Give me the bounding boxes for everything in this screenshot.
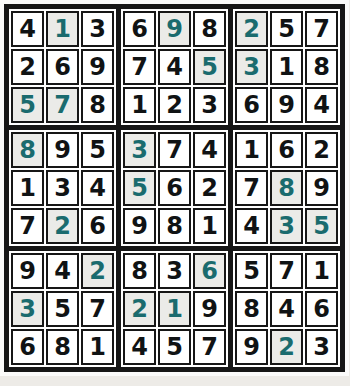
sudoku-cell-r8c5[interactable]: 1	[158, 291, 191, 327]
sudoku-cell-r8c9[interactable]: 6	[305, 291, 338, 327]
sudoku-cell-r2c8[interactable]: 1	[270, 49, 303, 85]
sudoku-cell-r6c9[interactable]: 5	[305, 208, 338, 244]
sudoku-cell-r1c2[interactable]: 1	[46, 11, 79, 47]
sudoku-cell-r2c3[interactable]: 9	[81, 49, 114, 85]
sudoku-cell-r3c8[interactable]: 9	[270, 87, 303, 123]
sudoku-cell-r6c4[interactable]: 9	[123, 208, 156, 244]
sudoku-cell-r4c7[interactable]: 1	[235, 132, 268, 168]
sudoku-cell-r4c8[interactable]: 6	[270, 132, 303, 168]
sudoku-cell-r5c6[interactable]: 2	[193, 170, 226, 206]
sudoku-cell-r7c5[interactable]: 3	[158, 253, 191, 289]
sudoku-cell-r6c5[interactable]: 8	[158, 208, 191, 244]
sudoku-box-4: 895134726	[9, 130, 121, 251]
sudoku-cell-r5c7[interactable]: 7	[235, 170, 268, 206]
sudoku-cell-r2c4[interactable]: 7	[123, 49, 156, 85]
sudoku-cell-r1c4[interactable]: 6	[123, 11, 156, 47]
sudoku-box-7: 942357681	[9, 251, 121, 367]
sudoku-cell-r6c3[interactable]: 6	[81, 208, 114, 244]
sudoku-cell-r8c7[interactable]: 8	[235, 291, 268, 327]
sudoku-box-9: 571846923	[233, 251, 340, 367]
sudoku-cell-r3c7[interactable]: 6	[235, 87, 268, 123]
sudoku-cell-r4c2[interactable]: 9	[46, 132, 79, 168]
sudoku-box-8: 836219457	[121, 251, 233, 367]
sudoku-cell-r1c5[interactable]: 9	[158, 11, 191, 47]
sudoku-cell-r6c7[interactable]: 4	[235, 208, 268, 244]
sudoku-cell-r8c2[interactable]: 5	[46, 291, 79, 327]
sudoku-cell-r4c4[interactable]: 3	[123, 132, 156, 168]
sudoku-cell-r3c1[interactable]: 5	[11, 87, 44, 123]
sudoku-cell-r9c4[interactable]: 4	[123, 329, 156, 365]
sudoku-cell-r1c3[interactable]: 3	[81, 11, 114, 47]
sudoku-cell-r6c6[interactable]: 1	[193, 208, 226, 244]
sudoku-board-margin: 4132695786987451232573186948951347263745…	[0, 0, 349, 376]
sudoku-cell-r1c7[interactable]: 2	[235, 11, 268, 47]
sudoku-cell-r4c5[interactable]: 7	[158, 132, 191, 168]
sudoku-cell-r5c4[interactable]: 5	[123, 170, 156, 206]
sudoku-cell-r7c4[interactable]: 8	[123, 253, 156, 289]
sudoku-cell-r5c1[interactable]: 1	[11, 170, 44, 206]
sudoku-cell-r7c7[interactable]: 5	[235, 253, 268, 289]
sudoku-cell-r7c8[interactable]: 7	[270, 253, 303, 289]
sudoku-cell-r9c9[interactable]: 3	[305, 329, 338, 365]
sudoku-cell-r2c2[interactable]: 6	[46, 49, 79, 85]
sudoku-cell-r3c6[interactable]: 3	[193, 87, 226, 123]
sudoku-cell-r1c6[interactable]: 8	[193, 11, 226, 47]
sudoku-cell-r4c3[interactable]: 5	[81, 132, 114, 168]
sudoku-cell-r5c5[interactable]: 6	[158, 170, 191, 206]
sudoku-box-3: 257318694	[233, 9, 340, 130]
sudoku-box-2: 698745123	[121, 9, 233, 130]
sudoku-cell-r4c1[interactable]: 8	[11, 132, 44, 168]
sudoku-cell-r9c6[interactable]: 7	[193, 329, 226, 365]
sudoku-cell-r1c1[interactable]: 4	[11, 11, 44, 47]
sudoku-cell-r3c5[interactable]: 2	[158, 87, 191, 123]
sudoku-cell-r3c9[interactable]: 4	[305, 87, 338, 123]
sudoku-cell-r3c2[interactable]: 7	[46, 87, 79, 123]
sudoku-cell-r6c2[interactable]: 2	[46, 208, 79, 244]
sudoku-cell-r1c9[interactable]: 7	[305, 11, 338, 47]
sudoku-cell-r2c5[interactable]: 4	[158, 49, 191, 85]
sudoku-cell-r9c7[interactable]: 9	[235, 329, 268, 365]
sudoku-cell-r2c6[interactable]: 5	[193, 49, 226, 85]
sudoku-box-5: 374562981	[121, 130, 233, 251]
sudoku-box-1: 413269578	[9, 9, 121, 130]
sudoku-cell-r9c5[interactable]: 5	[158, 329, 191, 365]
sudoku-cell-r3c3[interactable]: 8	[81, 87, 114, 123]
sudoku-cell-r2c9[interactable]: 8	[305, 49, 338, 85]
sudoku-cell-r6c8[interactable]: 3	[270, 208, 303, 244]
sudoku-cell-r7c1[interactable]: 9	[11, 253, 44, 289]
sudoku-cell-r4c6[interactable]: 4	[193, 132, 226, 168]
sudoku-cell-r1c8[interactable]: 5	[270, 11, 303, 47]
sudoku-cell-r8c8[interactable]: 4	[270, 291, 303, 327]
sudoku-cell-r7c2[interactable]: 4	[46, 253, 79, 289]
sudoku-cell-r2c7[interactable]: 3	[235, 49, 268, 85]
sudoku-cell-r4c9[interactable]: 2	[305, 132, 338, 168]
sudoku-cell-r9c3[interactable]: 1	[81, 329, 114, 365]
sudoku-cell-r7c9[interactable]: 1	[305, 253, 338, 289]
sudoku-box-6: 162789435	[233, 130, 340, 251]
sudoku-cell-r7c3[interactable]: 2	[81, 253, 114, 289]
sudoku-cell-r9c1[interactable]: 6	[11, 329, 44, 365]
sudoku-board: 4132695786987451232573186948951347263745…	[4, 4, 345, 372]
sudoku-cell-r5c3[interactable]: 4	[81, 170, 114, 206]
sudoku-cell-r6c1[interactable]: 7	[11, 208, 44, 244]
sudoku-cell-r5c9[interactable]: 9	[305, 170, 338, 206]
sudoku-cell-r8c6[interactable]: 9	[193, 291, 226, 327]
sudoku-cell-r5c2[interactable]: 3	[46, 170, 79, 206]
sudoku-cell-r5c8[interactable]: 8	[270, 170, 303, 206]
sudoku-cell-r8c4[interactable]: 2	[123, 291, 156, 327]
sudoku-cell-r3c4[interactable]: 1	[123, 87, 156, 123]
sudoku-cell-r8c3[interactable]: 7	[81, 291, 114, 327]
sudoku-cell-r2c1[interactable]: 2	[11, 49, 44, 85]
sudoku-cell-r8c1[interactable]: 3	[11, 291, 44, 327]
sudoku-cell-r7c6[interactable]: 6	[193, 253, 226, 289]
sudoku-cell-r9c8[interactable]: 2	[270, 329, 303, 365]
sudoku-cell-r9c2[interactable]: 8	[46, 329, 79, 365]
